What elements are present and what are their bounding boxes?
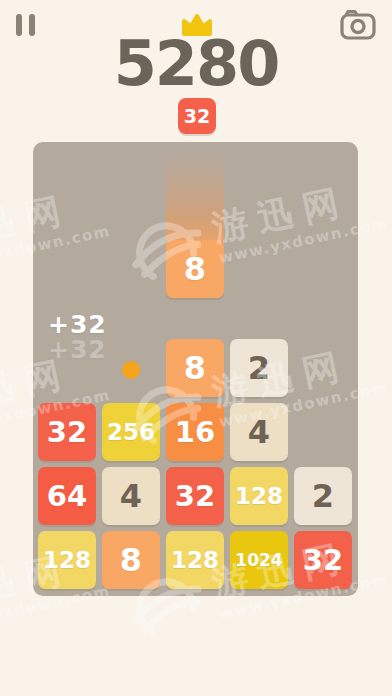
tile-64: 64 [38, 467, 96, 525]
tile-stack: 82322561646443212821288128102432 [38, 339, 352, 589]
tile-1024: 1024 [230, 531, 288, 589]
empty-cell [102, 339, 160, 397]
falling-tile-trail [166, 150, 224, 242]
empty-cell [294, 403, 352, 461]
tile-2: 2 [230, 339, 288, 397]
tile-4: 4 [102, 467, 160, 525]
game-board[interactable]: 8 +32 +32 823225616464432128212881281024… [33, 142, 358, 596]
tile-32: 32 [166, 467, 224, 525]
score-value: 5280 [0, 33, 392, 95]
tile-128: 128 [166, 531, 224, 589]
tile-32: 32 [38, 403, 96, 461]
tile-8: 8 [102, 531, 160, 589]
tile-128: 128 [38, 531, 96, 589]
tile-2: 2 [294, 467, 352, 525]
tile-128: 128 [230, 467, 288, 525]
tile-32: 32 [294, 531, 352, 589]
tile-256: 256 [102, 403, 160, 461]
tile-8: 8 [166, 339, 224, 397]
empty-cell [38, 339, 96, 397]
empty-cell [294, 339, 352, 397]
falling-tile: 8 [166, 240, 224, 298]
tile-4: 4 [230, 403, 288, 461]
next-tile-preview: 32 [178, 98, 216, 134]
game-screen: 5280 32 8 +32 +32 8232256164644321282128… [0, 0, 392, 696]
tile-16: 16 [166, 403, 224, 461]
